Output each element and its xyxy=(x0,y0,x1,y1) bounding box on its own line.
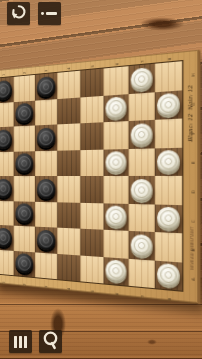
white-piece[interactable] xyxy=(157,150,180,173)
square-a2[interactable] xyxy=(0,225,14,251)
square-f7[interactable] xyxy=(104,94,129,123)
square-a8[interactable] xyxy=(0,77,14,103)
square-h6[interactable] xyxy=(155,119,182,148)
coord-top-5: 5 xyxy=(91,65,95,68)
white-piece[interactable] xyxy=(157,207,180,230)
board-squares xyxy=(0,60,183,292)
white-piece[interactable] xyxy=(106,206,127,228)
square-c6[interactable] xyxy=(35,124,57,150)
square-e5[interactable] xyxy=(80,149,104,176)
coord-top-3: 3 xyxy=(45,70,49,73)
black-piece[interactable] xyxy=(15,203,33,223)
square-e3[interactable] xyxy=(80,202,104,229)
coord-top-2: 2 xyxy=(23,72,26,74)
square-c4[interactable] xyxy=(35,176,57,202)
checkers-board: Blanc: 12 Noir: 12 NIVEAU DEBUTANT HGFED… xyxy=(0,50,200,305)
square-a1[interactable] xyxy=(0,249,14,275)
square-a3[interactable] xyxy=(0,200,14,225)
square-g5[interactable] xyxy=(129,148,155,176)
square-d2[interactable] xyxy=(57,228,80,255)
rotate-icon xyxy=(39,328,62,355)
black-piece[interactable] xyxy=(0,227,12,247)
square-h2[interactable] xyxy=(155,232,182,262)
white-piece[interactable] xyxy=(131,123,153,146)
menu-button[interactable] xyxy=(38,2,61,25)
white-piece[interactable] xyxy=(157,263,180,287)
coord-letter-a: A xyxy=(191,278,196,281)
square-g1[interactable] xyxy=(129,258,155,288)
undo-button[interactable] xyxy=(7,2,30,25)
black-piece[interactable] xyxy=(15,253,33,274)
coord-bottom-1: 1 xyxy=(2,281,5,283)
coord-bottom-2: 2 xyxy=(23,283,26,286)
square-b3[interactable] xyxy=(14,201,35,227)
square-b4[interactable] xyxy=(14,176,35,201)
coord-letter-e: E xyxy=(191,162,196,165)
square-g6[interactable] xyxy=(129,120,155,149)
square-c3[interactable] xyxy=(35,201,57,227)
black-counter: Noir: 12 xyxy=(187,85,194,110)
white-piece[interactable] xyxy=(106,260,127,283)
square-h4[interactable] xyxy=(155,176,182,205)
square-d7[interactable] xyxy=(57,97,80,124)
coord-letter-c: C xyxy=(191,220,196,223)
square-d1[interactable] xyxy=(57,253,80,281)
coord-bottom-4: 4 xyxy=(67,288,71,291)
black-piece[interactable] xyxy=(37,229,56,250)
square-d6[interactable] xyxy=(57,123,80,150)
coord-top-6: 6 xyxy=(115,63,119,66)
coord-bottom-3: 3 xyxy=(45,285,49,288)
three-bars-icon xyxy=(14,336,26,348)
square-f6[interactable] xyxy=(104,121,129,149)
square-b5[interactable] xyxy=(14,151,35,176)
square-h7[interactable] xyxy=(155,90,182,120)
coord-bottom-7: 7 xyxy=(141,295,145,298)
black-piece[interactable] xyxy=(0,179,12,199)
square-g2[interactable] xyxy=(129,231,155,260)
white-piece[interactable] xyxy=(157,93,180,117)
coord-letter-h: H xyxy=(191,73,196,76)
coord-bottom-8: 8 xyxy=(168,298,172,301)
square-a5[interactable] xyxy=(0,151,14,176)
coord-letter-d: D xyxy=(191,190,196,193)
black-piece[interactable] xyxy=(0,129,12,149)
square-a7[interactable] xyxy=(0,102,14,128)
square-h1[interactable] xyxy=(155,260,182,291)
square-f1[interactable] xyxy=(104,257,129,286)
square-b7[interactable] xyxy=(14,100,35,126)
white-piece[interactable] xyxy=(106,97,127,120)
black-piece[interactable] xyxy=(37,76,56,98)
black-piece[interactable] xyxy=(0,80,12,101)
square-e2[interactable] xyxy=(80,229,104,257)
coord-bottom-5: 5 xyxy=(91,290,95,293)
rotate-board-button[interactable] xyxy=(39,330,62,353)
square-h5[interactable] xyxy=(155,147,182,176)
square-c8[interactable] xyxy=(35,73,57,100)
square-a6[interactable] xyxy=(0,126,14,151)
coord-top-4: 4 xyxy=(67,67,71,70)
white-piece[interactable] xyxy=(131,67,153,91)
moves-list-button[interactable] xyxy=(9,330,32,353)
square-d5[interactable] xyxy=(57,150,80,176)
white-counter: Blanc: 12 xyxy=(187,114,194,142)
square-c1[interactable] xyxy=(35,252,57,279)
square-b2[interactable] xyxy=(14,226,35,252)
black-piece[interactable] xyxy=(37,127,56,148)
checkers-app-screen: Blanc: 12 Noir: 12 NIVEAU DEBUTANT HGFED… xyxy=(0,0,202,359)
square-e7[interactable] xyxy=(80,95,104,123)
square-e8[interactable] xyxy=(80,68,104,97)
white-piece[interactable] xyxy=(106,151,127,173)
dot-dash-icon xyxy=(41,2,58,25)
white-piece[interactable] xyxy=(131,234,153,257)
square-g8[interactable] xyxy=(129,64,155,94)
square-b1[interactable] xyxy=(14,250,35,277)
square-h8[interactable] xyxy=(155,61,182,92)
white-piece[interactable] xyxy=(131,179,153,201)
square-d3[interactable] xyxy=(57,202,80,229)
square-h3[interactable] xyxy=(155,204,182,233)
square-f4[interactable] xyxy=(104,176,129,203)
square-g7[interactable] xyxy=(129,92,155,121)
square-d8[interactable] xyxy=(57,71,80,99)
square-f3[interactable] xyxy=(104,203,129,231)
square-a4[interactable] xyxy=(0,176,14,201)
square-g4[interactable] xyxy=(129,176,155,204)
square-d4[interactable] xyxy=(57,176,80,202)
square-e1[interactable] xyxy=(80,255,104,284)
square-e4[interactable] xyxy=(80,176,104,203)
square-f8[interactable] xyxy=(104,66,129,95)
coord-bottom-6: 6 xyxy=(115,292,119,295)
coord-top-1: 1 xyxy=(2,74,5,76)
square-b8[interactable] xyxy=(14,75,35,102)
coord-letter-g: G xyxy=(191,102,196,105)
square-f5[interactable] xyxy=(104,149,129,176)
square-f2[interactable] xyxy=(104,230,129,259)
square-c7[interactable] xyxy=(35,99,57,126)
square-c2[interactable] xyxy=(35,227,57,254)
black-piece[interactable] xyxy=(15,103,33,124)
square-e6[interactable] xyxy=(80,122,104,149)
square-b6[interactable] xyxy=(14,125,35,151)
square-g3[interactable] xyxy=(129,203,155,232)
black-piece[interactable] xyxy=(15,153,33,173)
square-c5[interactable] xyxy=(35,150,57,176)
undo-icon xyxy=(7,0,30,27)
black-piece[interactable] xyxy=(37,179,56,199)
coord-top-8: 8 xyxy=(168,57,172,60)
coord-top-7: 7 xyxy=(141,60,145,63)
